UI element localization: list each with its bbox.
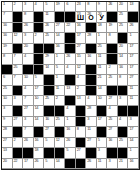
cell-r8c6[interactable]: 13 [65, 86, 76, 96]
cell-r7c3[interactable]: 5 [34, 75, 45, 85]
cell-r14c9[interactable]: 3 [97, 148, 108, 158]
cell-letter [65, 55, 75, 63]
cell-letter [86, 128, 96, 136]
cell-r13c8[interactable]: 27 [86, 138, 97, 148]
cell-letter [55, 160, 65, 168]
cell-letter [86, 97, 96, 105]
cell-letter [55, 3, 65, 11]
cell-letter [76, 128, 86, 136]
cell-r11c11[interactable]: 4 [118, 117, 129, 127]
cell-letter [97, 34, 107, 42]
blocked-cell-r4c3 [34, 44, 45, 54]
cell-letter [13, 76, 23, 84]
cell-letter [2, 45, 12, 53]
cell-r15c4[interactable]: 5 [44, 159, 55, 169]
cell-r15c8[interactable]: 26 [86, 159, 97, 169]
cell-letter [86, 34, 96, 42]
cell-letter [76, 3, 86, 11]
cell-letter [44, 3, 54, 11]
cell-letter [107, 34, 117, 42]
cell-letter [2, 55, 12, 63]
cell-r2c11[interactable]: 25 [118, 23, 129, 33]
cell-r13c5[interactable]: 12 [55, 138, 66, 148]
cell-letter [65, 149, 75, 157]
cell-letter [34, 160, 44, 168]
cell-letter [2, 160, 12, 168]
cell-letter [76, 76, 86, 84]
blocked-cell-r7c4 [44, 75, 55, 85]
cell-letter [65, 87, 75, 95]
cell-r9c9[interactable]: 10 [97, 96, 108, 106]
cell-letter [23, 45, 33, 53]
cell-letter [118, 97, 128, 105]
cell-letter [55, 118, 65, 126]
cell-r11c1[interactable]: 27 [13, 117, 24, 127]
cell-letter [97, 87, 107, 95]
cell-letter [55, 34, 65, 42]
cell-letter [76, 97, 86, 105]
cell-letter [34, 76, 44, 84]
cell-letter [13, 34, 23, 42]
cell-letter [128, 149, 138, 157]
cell-letter [107, 3, 117, 11]
cell-letter [65, 139, 75, 147]
blocked-cell-r14c8 [86, 148, 97, 158]
cell-r15c10[interactable]: 3 [107, 159, 118, 169]
cell-r15c2[interactable]: 17 [23, 159, 34, 169]
cell-letter [44, 13, 54, 21]
cell-r9c5[interactable]: 2 [55, 96, 66, 106]
cell-r15c12[interactable]: 16 [128, 159, 139, 169]
blocked-cell-r7c8 [86, 75, 97, 85]
cell-r0c6[interactable]: 6 [65, 2, 76, 12]
cell-letter [13, 55, 23, 63]
cell-r6c4[interactable]: 14 [44, 65, 55, 75]
cell-letter [55, 139, 65, 147]
cell-letter [76, 45, 86, 53]
cell-r9c4[interactable]: 25 [44, 96, 55, 106]
cell-letter [97, 45, 107, 53]
cell-letter [65, 3, 75, 11]
cell-letter [107, 139, 117, 147]
cell-letter [34, 139, 44, 147]
codeword-puzzle: 123451962389262013781113Ш26О20У251626262… [0, 0, 140, 170]
cell-letter [107, 118, 117, 126]
cell-letter [86, 55, 96, 63]
blocked-cell-r7c6 [65, 75, 76, 85]
cell-r9c7[interactable]: 13 [76, 96, 87, 106]
cell-letter [97, 24, 107, 32]
cell-letter [44, 66, 54, 74]
cell-letter [23, 13, 33, 21]
cell-letter [55, 97, 65, 105]
blocked-cell-r1c1 [13, 12, 24, 22]
cell-letter [76, 34, 86, 42]
cell-r3c1[interactable]: 12 [13, 33, 24, 43]
cell-r9c11[interactable]: 3 [118, 96, 129, 106]
cell-r11c5[interactable]: 25 [55, 117, 66, 127]
cell-letter [76, 149, 86, 157]
cell-letter [65, 128, 75, 136]
cell-r14c6[interactable]: 5 [65, 148, 76, 158]
cell-letter [2, 118, 12, 126]
cell-letter [86, 3, 96, 11]
cell-letter [13, 160, 23, 168]
cell-r13c11[interactable]: 25 [118, 138, 129, 148]
cell-letter [86, 160, 96, 168]
cell-r7c1[interactable]: 7 [13, 75, 24, 85]
cell-letter [76, 24, 86, 32]
cell-letter [97, 149, 107, 157]
cell-r7c5[interactable]: 1 [55, 75, 66, 85]
cell-letter [97, 66, 107, 74]
cell-letter [128, 24, 138, 32]
cell-r7c10[interactable]: 25 [107, 75, 118, 85]
cell-r0c3[interactable]: 4 [34, 2, 45, 12]
cell-letter [55, 87, 65, 95]
cell-letter [23, 76, 33, 84]
cell-letter [34, 97, 44, 105]
blocked-cell-r14c2 [23, 148, 34, 158]
cell-letter [2, 139, 12, 147]
cell-letter [23, 24, 33, 32]
cell-r6c6[interactable]: 4 [65, 65, 76, 75]
cell-letter [23, 87, 33, 95]
cell-letter [97, 55, 107, 63]
cell-letter [97, 76, 107, 84]
blocked-cell-r15c7 [76, 159, 87, 169]
cell-letter [23, 107, 33, 115]
cell-letter [65, 24, 75, 32]
cell-letter [13, 118, 23, 126]
cell-r0c10[interactable]: 26 [107, 2, 118, 12]
cell-letter [118, 160, 128, 168]
cell-letter [107, 107, 117, 115]
cell-r15c5[interactable]: 14 [55, 159, 66, 169]
cell-r12c7[interactable]: 8 [76, 127, 87, 137]
cell-r5c8[interactable]: 16 [86, 54, 97, 64]
cell-r13c4[interactable]: 5 [44, 138, 55, 148]
blocked-cell-r15c6 [65, 159, 76, 169]
cell-letter [55, 76, 65, 84]
cell-letter [34, 3, 44, 11]
cell-r14c7[interactable]: 27 [76, 148, 87, 158]
cell-letter [107, 160, 117, 168]
codeword-grid: 123451962389262013781113Ш26О20У251626262… [1, 1, 140, 170]
cell-r3c10[interactable]: 8 [107, 33, 118, 43]
cell-r7c7[interactable]: 4 [76, 75, 87, 85]
cell-letter [128, 45, 138, 53]
cell-r9c12[interactable]: 11 [128, 96, 139, 106]
cell-letter [44, 97, 54, 105]
cell-letter [128, 139, 138, 147]
cell-letter [13, 66, 23, 74]
cell-letter [44, 34, 54, 42]
cell-letter [128, 34, 138, 42]
blocked-cell-r1c3 [34, 12, 45, 22]
cell-r3c3[interactable]: 2 [34, 33, 45, 43]
cell-letter [23, 55, 33, 63]
cell-r7c2[interactable]: 10 [23, 75, 34, 85]
cell-letter [107, 66, 117, 74]
blocked-cell-r4c10 [107, 44, 118, 54]
cell-r3c8[interactable]: 28 [86, 33, 97, 43]
blocked-cell-r14c10 [107, 148, 118, 158]
blocked-cell-r10c7 [76, 106, 87, 116]
cell-letter [34, 87, 44, 95]
cell-r5c0[interactable]: 8 [2, 54, 13, 64]
cell-letter [97, 97, 107, 105]
cell-r15c9[interactable]: 11 [97, 159, 108, 169]
cell-r11c3[interactable]: 14 [34, 117, 45, 127]
cell-letter [23, 118, 33, 126]
cell-letter [13, 3, 23, 11]
cell-r13c1[interactable]: 2 [13, 138, 24, 148]
cell-r3c4[interactable]: 25 [44, 33, 55, 43]
cell-letter [13, 97, 23, 105]
cell-letter [128, 128, 138, 136]
cell-r15c3[interactable]: 26 [34, 159, 45, 169]
cell-letter [23, 139, 33, 147]
cell-r14c3[interactable]: 18 [34, 148, 45, 158]
cell-letter [55, 66, 65, 74]
cell-letter [2, 13, 12, 21]
cell-letter [97, 118, 107, 126]
cell-r7c12[interactable]: 27 [128, 75, 139, 85]
cell-letter [118, 66, 128, 74]
cell-letter [128, 3, 138, 11]
cell-letter [55, 24, 65, 32]
cell-letter [107, 76, 117, 84]
cell-letter [44, 139, 54, 147]
cell-letter [23, 128, 33, 136]
cell-letter [65, 66, 75, 74]
cell-letter [2, 97, 12, 105]
cell-letter [107, 24, 117, 32]
cell-letter [128, 76, 138, 84]
cell-letter [23, 34, 33, 42]
cell-r14c12[interactable]: 1 [128, 148, 139, 158]
cell-letter [44, 118, 54, 126]
cell-letter [128, 97, 138, 105]
cell-letter [76, 87, 86, 95]
cell-letter [76, 66, 86, 74]
cell-letter [23, 3, 33, 11]
cell-letter [34, 118, 44, 126]
cell-r13c10[interactable]: 16 [107, 138, 118, 148]
cell-letter [128, 66, 138, 74]
cell-r0c12[interactable]: 13 [128, 2, 139, 12]
cell-r15c1[interactable]: 22 [13, 159, 24, 169]
cell-letter [13, 139, 23, 147]
cell-letter [118, 3, 128, 11]
cell-letter [118, 45, 128, 53]
cell-letter [44, 160, 54, 168]
cell-letter [128, 160, 138, 168]
cell-letter [2, 76, 12, 84]
cell-letter [97, 139, 107, 147]
cell-letter [128, 55, 138, 63]
cell-r2c6[interactable]: 22 [65, 23, 76, 33]
cell-letter [97, 3, 107, 11]
cell-letter [76, 55, 86, 63]
cell-r7c9[interactable]: 21 [97, 75, 108, 85]
cell-r15c0[interactable]: 20 [2, 159, 13, 169]
blocked-cell-r3c6 [65, 33, 76, 43]
cell-letter [2, 87, 12, 95]
cell-letter [107, 97, 117, 105]
blocked-cell-r14c11 [118, 148, 129, 158]
cell-letter [86, 118, 96, 126]
cell-letter [65, 107, 75, 115]
cell-letter [23, 97, 33, 105]
cell-letter [34, 149, 44, 157]
cell-r11c9[interactable]: 17 [97, 117, 108, 127]
cell-r7c11[interactable]: 8 [118, 75, 129, 85]
cell-letter [55, 45, 65, 53]
cell-letter [34, 34, 44, 42]
cell-letter [23, 160, 33, 168]
blocked-cell-r14c1 [13, 148, 24, 158]
cell-letter [128, 87, 138, 95]
cell-letter [128, 118, 138, 126]
cell-letter [118, 76, 128, 84]
cell-letter [65, 118, 75, 126]
cell-letter [55, 55, 65, 63]
blocked-cell-r14c5 [55, 148, 66, 158]
cell-letter [44, 24, 54, 32]
cell-r0c1[interactable]: 2 [13, 2, 24, 12]
cell-letter [86, 139, 96, 147]
cell-letter [2, 34, 12, 42]
cell-letter [118, 24, 128, 32]
cell-letter [107, 128, 117, 136]
cell-r1c8[interactable]: 26О [86, 12, 97, 22]
cell-letter [44, 55, 54, 63]
cell-letter [118, 13, 128, 21]
cell-letter: Ш [76, 13, 86, 21]
cell-letter [2, 3, 12, 11]
cell-letter [118, 55, 128, 63]
cell-letter [2, 107, 12, 115]
cell-letter [2, 24, 12, 32]
cell-letter [118, 118, 128, 126]
cell-letter [2, 149, 12, 157]
cell-r13c2[interactable]: 26 [23, 138, 34, 148]
cell-letter [97, 160, 107, 168]
cell-letter [118, 139, 128, 147]
blocked-cell-r14c4 [44, 148, 55, 158]
cell-r0c5[interactable]: 19 [55, 2, 66, 12]
cell-letter [44, 128, 54, 136]
cell-r14c0[interactable]: 13 [2, 148, 13, 158]
cell-r5c2[interactable]: 4 [23, 54, 34, 64]
cell-letter [2, 128, 12, 136]
cell-r7c0[interactable]: 6 [2, 75, 13, 85]
blocked-cell-r6c8 [86, 65, 97, 75]
blocked-cell-r5c3 [34, 54, 45, 64]
cell-letter [86, 107, 96, 115]
cell-letter [34, 107, 44, 115]
cell-letter: У [97, 13, 107, 21]
cell-r9c1[interactable]: 3 [13, 96, 24, 106]
cell-r15c11[interactable]: 21 [118, 159, 129, 169]
cell-letter: О [86, 13, 96, 21]
